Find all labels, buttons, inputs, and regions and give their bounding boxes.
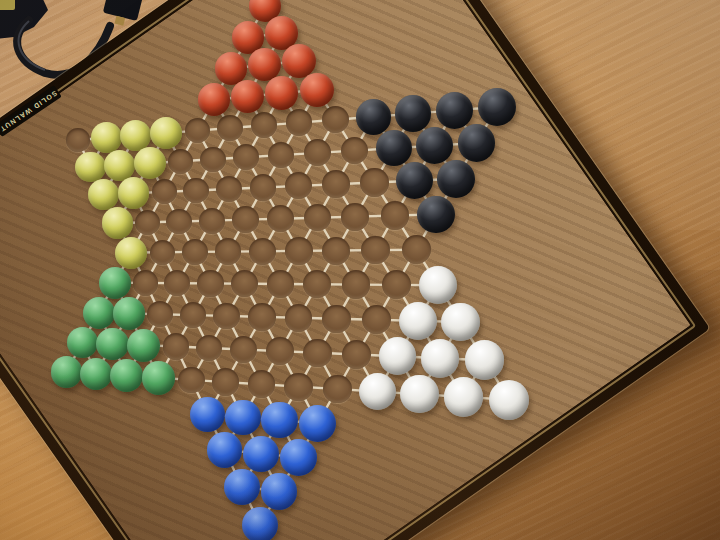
board-hole[interactable]	[322, 106, 349, 133]
board-hole[interactable]	[199, 208, 225, 234]
board-hole[interactable]	[322, 170, 350, 198]
board-hole[interactable]	[362, 305, 391, 334]
marble-blue[interactable]	[299, 405, 336, 442]
board-hole[interactable]	[267, 270, 295, 298]
board-hole[interactable]	[152, 179, 177, 204]
board-hole[interactable]	[197, 270, 223, 296]
marble-blue[interactable]	[261, 473, 298, 510]
marble-red[interactable]	[198, 83, 231, 116]
board-hole[interactable]	[183, 178, 209, 204]
marble-white[interactable]	[444, 377, 484, 417]
board-hole[interactable]	[248, 303, 275, 330]
marble-white[interactable]	[359, 373, 397, 411]
board-hole[interactable]	[341, 137, 369, 165]
board-hole[interactable]	[233, 144, 259, 170]
board-hole[interactable]	[342, 270, 371, 299]
board-hole[interactable]	[178, 367, 205, 394]
marble-yellow[interactable]	[91, 122, 122, 153]
board-hole[interactable]	[267, 205, 294, 232]
board-hole[interactable]	[212, 368, 239, 395]
board-hole[interactable]	[303, 270, 331, 298]
marble-green[interactable]	[80, 358, 112, 390]
marble-blue[interactable]	[261, 402, 297, 438]
board-hole[interactable]	[402, 235, 431, 264]
marble-white[interactable]	[441, 303, 480, 342]
board-hole[interactable]	[215, 238, 242, 265]
marble-blue[interactable]	[190, 397, 225, 432]
board-hole[interactable]	[323, 375, 352, 404]
marble-green[interactable]	[67, 327, 99, 359]
board-hole[interactable]	[304, 139, 331, 166]
marble-black[interactable]	[416, 127, 453, 164]
board-hole[interactable]	[232, 206, 259, 233]
board-hole[interactable]	[303, 339, 331, 367]
marble-white[interactable]	[400, 375, 439, 414]
board-hole[interactable]	[285, 237, 313, 265]
board-hole[interactable]	[285, 304, 313, 332]
marble-white[interactable]	[379, 337, 417, 375]
marble-blue[interactable]	[207, 432, 242, 467]
board-hole[interactable]	[286, 109, 313, 136]
marble-white[interactable]	[421, 339, 460, 378]
board-hole[interactable]	[180, 302, 206, 328]
board-hole[interactable]	[268, 142, 295, 169]
marble-green[interactable]	[96, 328, 128, 360]
board-hole[interactable]	[196, 335, 223, 362]
marble-green[interactable]	[127, 329, 160, 362]
chinese-checkers-photo: SOLID WALNUT	[0, 0, 720, 540]
board-hole[interactable]	[360, 168, 388, 196]
marble-yellow[interactable]	[115, 237, 147, 269]
board-hole[interactable]	[182, 239, 208, 265]
marble-black[interactable]	[436, 92, 473, 129]
marble-green[interactable]	[83, 297, 115, 329]
marble-green[interactable]	[51, 356, 83, 388]
board-hole[interactable]	[304, 204, 332, 232]
marble-yellow[interactable]	[150, 117, 182, 149]
marble-white[interactable]	[465, 340, 505, 380]
board-hole[interactable]	[250, 174, 277, 201]
board-hole[interactable]	[213, 303, 240, 330]
board-hole[interactable]	[217, 115, 243, 141]
board-hole[interactable]	[166, 209, 192, 235]
board-hole[interactable]	[185, 118, 210, 143]
marble-yellow[interactable]	[75, 152, 106, 183]
marble-green[interactable]	[142, 361, 176, 395]
marble-blue[interactable]	[225, 400, 261, 436]
board-hole[interactable]	[284, 373, 312, 401]
marble-black[interactable]	[396, 162, 433, 199]
board-hole[interactable]	[266, 337, 294, 365]
marble-yellow[interactable]	[104, 150, 135, 181]
marble-white[interactable]	[419, 266, 457, 304]
marble-yellow[interactable]	[118, 177, 150, 209]
chinese-checkers-board	[0, 0, 720, 540]
board-hole[interactable]	[133, 270, 159, 296]
marble-blue[interactable]	[242, 507, 279, 540]
marble-black[interactable]	[395, 95, 431, 131]
board-hole[interactable]	[381, 201, 410, 230]
marble-black[interactable]	[478, 88, 516, 126]
marble-green[interactable]	[113, 297, 146, 330]
marble-white[interactable]	[399, 302, 437, 340]
marble-black[interactable]	[376, 130, 412, 166]
marble-red[interactable]	[300, 73, 334, 107]
marble-black[interactable]	[356, 99, 392, 135]
marble-yellow[interactable]	[88, 179, 119, 210]
board-hole[interactable]	[168, 149, 193, 174]
board-hole[interactable]	[341, 203, 369, 231]
marble-green[interactable]	[110, 359, 143, 392]
marble-red[interactable]	[265, 76, 299, 110]
board-hole[interactable]	[163, 333, 189, 359]
board-hole[interactable]	[285, 172, 312, 199]
board-hole[interactable]	[164, 270, 190, 296]
board-hole[interactable]	[322, 305, 351, 334]
marble-red[interactable]	[231, 80, 264, 113]
board-hole[interactable]	[251, 112, 277, 138]
board-hole[interactable]	[382, 270, 411, 299]
marble-blue[interactable]	[280, 439, 317, 476]
marble-yellow[interactable]	[134, 147, 166, 179]
board-hole[interactable]	[150, 240, 176, 266]
board-hole[interactable]	[216, 176, 242, 202]
board-hole[interactable]	[342, 340, 371, 369]
board-hole[interactable]	[147, 301, 173, 327]
marble-white[interactable]	[489, 380, 529, 420]
board-hole[interactable]	[200, 147, 226, 173]
marble-yellow[interactable]	[102, 207, 134, 239]
board-hole[interactable]	[135, 210, 160, 235]
marble-blue[interactable]	[243, 436, 279, 472]
board-hole[interactable]	[322, 237, 350, 265]
marble-green[interactable]	[99, 267, 131, 299]
board-hole[interactable]	[231, 270, 258, 297]
board-hole[interactable]	[66, 128, 90, 152]
board-hole[interactable]	[361, 236, 390, 265]
marble-blue[interactable]	[224, 469, 260, 505]
marble-black[interactable]	[458, 124, 496, 162]
marble-black[interactable]	[437, 160, 475, 198]
marble-black[interactable]	[417, 196, 455, 234]
board-hole[interactable]	[249, 238, 276, 265]
board-hole[interactable]	[230, 336, 257, 363]
board-hole[interactable]	[248, 370, 276, 398]
